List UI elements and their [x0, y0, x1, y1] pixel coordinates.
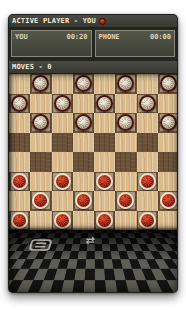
- white-checker[interactable]: [160, 75, 177, 92]
- square-h1[interactable]: [158, 211, 178, 231]
- square-h4[interactable]: [158, 152, 178, 172]
- red-checker[interactable]: [11, 173, 28, 190]
- square-h7[interactable]: [158, 94, 178, 114]
- red-checker[interactable]: [139, 212, 156, 229]
- square-h3[interactable]: [158, 172, 178, 192]
- square-d3[interactable]: [73, 172, 94, 192]
- swap-turn-icon[interactable]: ⇄: [85, 233, 96, 247]
- white-checker[interactable]: [75, 75, 92, 92]
- timer-you-name: YOU: [15, 33, 28, 41]
- white-checker[interactable]: [160, 114, 177, 131]
- square-c4[interactable]: [52, 152, 73, 172]
- red-checker[interactable]: [160, 192, 177, 209]
- timer-phone-time: 00:00: [150, 33, 171, 41]
- timers-row: YOU 00:20 PHONE 00:00: [9, 28, 177, 61]
- red-checker[interactable]: [75, 192, 92, 209]
- square-b6[interactable]: [30, 113, 51, 133]
- red-checker[interactable]: [54, 212, 71, 229]
- square-c3[interactable]: [52, 172, 73, 192]
- timer-phone-name: PHONE: [99, 33, 120, 41]
- square-g3[interactable]: [137, 172, 158, 192]
- board: [9, 74, 178, 230]
- square-e6[interactable]: [94, 113, 115, 133]
- square-a1[interactable]: [9, 211, 30, 231]
- square-c6[interactable]: [52, 113, 73, 133]
- square-f4[interactable]: [115, 152, 136, 172]
- white-checker[interactable]: [11, 95, 28, 112]
- red-checker[interactable]: [96, 212, 113, 229]
- square-c7[interactable]: [52, 94, 73, 114]
- square-b7[interactable]: [30, 94, 51, 114]
- timer-panel-phone: PHONE 00:00: [95, 30, 176, 57]
- square-f8[interactable]: [115, 74, 136, 94]
- square-f3[interactable]: [115, 172, 136, 192]
- square-g6[interactable]: [137, 113, 158, 133]
- white-checker[interactable]: [96, 95, 113, 112]
- square-g4[interactable]: [137, 152, 158, 172]
- square-e4[interactable]: [94, 152, 115, 172]
- menu-bar-line: [34, 246, 45, 248]
- red-checker[interactable]: [96, 173, 113, 190]
- red-checker[interactable]: [54, 173, 71, 190]
- square-a2[interactable]: [9, 191, 30, 211]
- square-d8[interactable]: [73, 74, 94, 94]
- square-d5[interactable]: [73, 133, 94, 153]
- square-d4[interactable]: [73, 152, 94, 172]
- square-e7[interactable]: [94, 94, 115, 114]
- square-f5[interactable]: [115, 133, 136, 153]
- white-checker[interactable]: [54, 95, 71, 112]
- square-f6[interactable]: [115, 113, 136, 133]
- square-g5[interactable]: [137, 133, 158, 153]
- active-player-label: ACTIVE PLAYER - YOU: [12, 17, 96, 25]
- square-h6[interactable]: [158, 113, 178, 133]
- square-h8[interactable]: [158, 74, 178, 94]
- square-h2[interactable]: [158, 191, 178, 211]
- square-g8[interactable]: [137, 74, 158, 94]
- active-player-checker-icon: [99, 18, 106, 25]
- menu-icon[interactable]: [28, 239, 52, 251]
- square-g2[interactable]: [137, 191, 158, 211]
- square-d6[interactable]: [73, 113, 94, 133]
- red-checker[interactable]: [11, 212, 28, 229]
- square-a7[interactable]: [9, 94, 30, 114]
- square-g7[interactable]: [137, 94, 158, 114]
- square-e1[interactable]: [94, 211, 115, 231]
- square-c8[interactable]: [52, 74, 73, 94]
- square-b5[interactable]: [30, 133, 51, 153]
- square-b8[interactable]: [30, 74, 51, 94]
- active-player-bar: ACTIVE PLAYER - YOU: [9, 15, 177, 28]
- square-a5[interactable]: [9, 133, 30, 153]
- square-a3[interactable]: [9, 172, 30, 192]
- square-b2[interactable]: [30, 191, 51, 211]
- timer-panel-you: YOU 00:20: [11, 30, 92, 57]
- square-b3[interactable]: [30, 172, 51, 192]
- checkers-app-window: ACTIVE PLAYER - YOU YOU 00:20 PHONE 00:0…: [8, 14, 178, 293]
- white-checker[interactable]: [139, 95, 156, 112]
- white-checker[interactable]: [75, 114, 92, 131]
- square-e5[interactable]: [94, 133, 115, 153]
- moves-counter-label: MOVES - 0: [12, 63, 52, 71]
- square-c1[interactable]: [52, 211, 73, 231]
- menu-bar-line: [35, 242, 46, 244]
- square-c2[interactable]: [52, 191, 73, 211]
- square-b1[interactable]: [30, 211, 51, 231]
- square-g1[interactable]: [137, 211, 158, 231]
- square-a8[interactable]: [9, 74, 30, 94]
- square-a6[interactable]: [9, 113, 30, 133]
- square-f1[interactable]: [115, 211, 136, 231]
- square-b4[interactable]: [30, 152, 51, 172]
- square-c5[interactable]: [52, 133, 73, 153]
- square-f2[interactable]: [115, 191, 136, 211]
- square-d2[interactable]: [73, 191, 94, 211]
- timer-you-time: 00:20: [66, 33, 87, 41]
- square-h5[interactable]: [158, 133, 178, 153]
- square-d7[interactable]: [73, 94, 94, 114]
- floor: ⇄: [9, 230, 178, 293]
- square-e3[interactable]: [94, 172, 115, 192]
- red-checker[interactable]: [139, 173, 156, 190]
- square-d1[interactable]: [73, 211, 94, 231]
- moves-bar: MOVES - 0: [9, 61, 177, 74]
- square-e2[interactable]: [94, 191, 115, 211]
- square-f7[interactable]: [115, 94, 136, 114]
- square-a4[interactable]: [9, 152, 30, 172]
- square-e8[interactable]: [94, 74, 115, 94]
